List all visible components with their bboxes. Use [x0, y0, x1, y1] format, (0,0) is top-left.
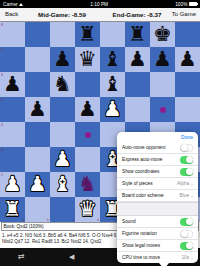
square-c2[interactable]: ♝ — [50, 172, 75, 197]
black-pawn[interactable]: ♟ — [150, 47, 175, 72]
square-h8[interactable] — [175, 22, 200, 47]
chevron-right-icon: › — [191, 255, 193, 261]
nav-bar: Back Mid-Game: -8.59 End-Game: -8.37 To … — [0, 8, 200, 22]
black-knight[interactable]: ♞ — [50, 72, 75, 97]
square-g5[interactable] — [150, 97, 175, 122]
settings-row-show-coordinates: Show coordinates — [117, 166, 198, 178]
square-f6[interactable] — [125, 72, 150, 97]
cpu-time-to-move-label: CPU time to move — [122, 255, 181, 260]
black-pawn[interactable]: ♟ — [25, 97, 50, 122]
square-d4[interactable] — [75, 122, 100, 147]
square-d1[interactable]: d♛ — [75, 197, 100, 222]
square-b2[interactable]: ♟ — [25, 172, 50, 197]
square-c6[interactable]: ♞ — [50, 72, 75, 97]
square-g7[interactable]: ♟ — [150, 47, 175, 72]
show-legal-moves-label: Show legal moves — [122, 243, 180, 248]
square-d8[interactable]: ♜ — [75, 22, 100, 47]
done-button[interactable]: Done — [181, 134, 193, 140]
square-e6[interactable]: ♝ — [100, 72, 125, 97]
popover-header: Done — [117, 132, 198, 142]
rank-label: 8 — [1, 23, 3, 27]
square-a4[interactable]: 4 — [0, 122, 25, 147]
white-bishop[interactable]: ♝ — [50, 172, 75, 197]
board-color-scheme-label: Board color scheme — [122, 193, 180, 198]
white-pawn[interactable]: ♟ — [25, 172, 50, 197]
legal-move-dot[interactable] — [85, 132, 91, 138]
black-bishop[interactable]: ♝ — [100, 72, 125, 97]
step-back-icon[interactable]: ◀ — [69, 253, 74, 261]
black-queen[interactable]: ♛ — [75, 47, 100, 72]
style-of-pieces-value: Alpha — [177, 181, 189, 186]
white-pawn[interactable]: ♟ — [0, 172, 25, 197]
legal-move-dot[interactable] — [160, 107, 166, 113]
black-king[interactable]: ♚ — [150, 22, 175, 47]
cpu-time-to-move-value: 10s — [181, 255, 189, 260]
carrier-label: Carrier — [3, 2, 18, 7]
mid-game-eval: Mid-Game: -8.59 — [22, 8, 102, 22]
settings-row-cpu-time-to-move[interactable]: CPU time to move10s› — [117, 252, 198, 263]
square-g6[interactable] — [150, 72, 175, 97]
square-h5[interactable] — [175, 97, 200, 122]
square-b8[interactable] — [25, 22, 50, 47]
rank-label: 1 — [1, 198, 3, 202]
show-coordinates-toggle[interactable] — [180, 168, 193, 176]
auto-move-opponent-label: Auto-move opponent — [122, 145, 180, 150]
settings-row-auto-move-opponent: Auto-move opponent — [117, 142, 198, 154]
rank-label: 2 — [1, 173, 3, 177]
black-pawn[interactable]: ♟ — [50, 47, 75, 72]
square-a1[interactable]: 1a♜ — [0, 197, 25, 222]
square-d6[interactable] — [75, 72, 100, 97]
square-g8[interactable]: ♚ — [150, 22, 175, 47]
file-label: d — [97, 218, 99, 222]
black-rook[interactable]: ♜ — [75, 22, 100, 47]
rank-label: 4 — [1, 123, 3, 127]
square-e7[interactable]: ♝ — [100, 47, 125, 72]
square-a5[interactable]: 5 — [0, 97, 25, 122]
black-pawn[interactable]: ♟ — [75, 97, 100, 122]
clock-label: 1:10 PM — [90, 2, 108, 7]
settings-row-express-auto-move: Express auto-move — [117, 154, 198, 166]
settings-row-show-legal-moves: Show legal moves — [117, 240, 198, 252]
express-auto-move-label: Express auto-move — [122, 157, 180, 162]
file-label: c — [72, 218, 74, 222]
show-coordinates-label: Show coordinates — [122, 169, 180, 174]
square-d3[interactable] — [75, 147, 100, 172]
file-label: b — [47, 218, 49, 222]
popover-arrow — [159, 263, 169, 266]
square-c7[interactable]: ♟ — [50, 47, 75, 72]
show-legal-moves-toggle[interactable] — [180, 242, 193, 250]
book-move-label: Book: Qxd2 (100%) — [4, 224, 44, 229]
square-a7[interactable]: 7 — [0, 47, 25, 72]
square-f7[interactable]: ♟ — [125, 47, 150, 72]
square-a3[interactable]: 3 — [0, 147, 25, 172]
flip-board-icon[interactable]: ⇄ — [18, 252, 25, 262]
app-screen: Carrier 1:10 PM 100% Back Mid-Game: -8.5… — [0, 0, 200, 266]
black-rook[interactable]: ♜ — [125, 22, 150, 47]
square-d5[interactable]: ♟ — [75, 97, 100, 122]
square-b7[interactable] — [25, 47, 50, 72]
square-c4[interactable] — [50, 122, 75, 147]
square-a2[interactable]: 2♟ — [0, 172, 25, 197]
square-b3[interactable] — [25, 147, 50, 172]
square-a6[interactable]: 6♟ — [0, 72, 25, 97]
rank-label: 7 — [1, 48, 3, 52]
figurine-notation-toggle[interactable] — [180, 230, 193, 238]
square-b4[interactable] — [25, 122, 50, 147]
square-b5[interactable]: ♟ — [25, 97, 50, 122]
black-pawn[interactable]: ♟ — [0, 72, 25, 97]
square-a8[interactable]: 8 — [0, 22, 25, 47]
square-c5[interactable] — [50, 97, 75, 122]
sound-toggle[interactable] — [180, 218, 193, 226]
auto-move-opponent-toggle[interactable] — [180, 144, 193, 152]
battery-percent: 100% — [175, 2, 187, 7]
end-game-eval: End-Game: -8.37 — [102, 8, 172, 22]
chevron-right-icon: › — [191, 193, 193, 199]
settings-row-style-of-pieces[interactable]: Style of piecesAlpha› — [117, 178, 198, 190]
rank-label: 6 — [1, 73, 3, 77]
wifi-icon — [19, 3, 23, 6]
white-pawn[interactable]: ♟ — [50, 147, 75, 172]
battery-icon — [189, 2, 197, 6]
square-d7[interactable]: ♛ — [75, 47, 100, 72]
square-c1[interactable]: c — [50, 197, 75, 222]
status-bar: Carrier 1:10 PM 100% — [0, 0, 200, 8]
file-label: a — [22, 218, 24, 222]
settings-row-sound: Sound — [117, 216, 198, 228]
black-pawn[interactable]: ♟ — [175, 47, 200, 72]
square-h7[interactable]: ♟ — [175, 47, 200, 72]
board-color-scheme-value: Blue — [180, 193, 189, 198]
square-e8[interactable] — [100, 22, 125, 47]
square-c8[interactable] — [50, 22, 75, 47]
square-d2[interactable]: ♞ — [75, 172, 100, 197]
black-knight[interactable]: ♞ — [75, 172, 100, 197]
square-b6[interactable] — [25, 72, 50, 97]
express-auto-move-toggle[interactable] — [180, 156, 193, 164]
settings-row-board-color-scheme[interactable]: Board color schemeBlue› — [117, 190, 198, 202]
back-button[interactable]: Back — [5, 8, 18, 22]
figurine-notation-label: Figurine notation — [122, 231, 180, 236]
popover-section-divider — [117, 202, 198, 216]
settings-row-figurine-notation: Figurine notation — [117, 228, 198, 240]
rank-label: 5 — [1, 98, 3, 102]
style-of-pieces-label: Style of pieces — [122, 181, 177, 186]
square-e5[interactable]: ♟ — [100, 97, 125, 122]
square-c3[interactable]: ♟ — [50, 147, 75, 172]
square-b1[interactable]: b — [25, 197, 50, 222]
chevron-right-icon: › — [191, 181, 193, 187]
black-bishop[interactable]: ♝ — [100, 47, 125, 72]
sound-label: Sound — [122, 219, 180, 224]
square-h6[interactable] — [175, 72, 200, 97]
white-pawn[interactable]: ♟ — [100, 97, 125, 122]
square-f8[interactable]: ♜ — [125, 22, 150, 47]
settings-popover-card: Done Auto-move opponentExpress auto-move… — [117, 132, 198, 263]
black-pawn[interactable]: ♟ — [125, 47, 150, 72]
rank-label: 3 — [1, 148, 3, 152]
square-f5[interactable] — [125, 97, 150, 122]
to-game-button[interactable]: To Game — [172, 8, 196, 22]
settings-popover: Done Auto-move opponentExpress auto-move… — [117, 132, 198, 263]
